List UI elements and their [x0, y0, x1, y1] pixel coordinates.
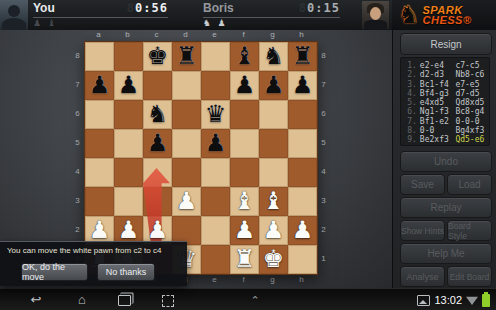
- square-h8[interactable]: ♜: [288, 42, 317, 71]
- show-hints-button[interactable]: Show Hints: [400, 220, 445, 241]
- coord-label: f: [229, 30, 258, 40]
- sparkchess-app: You 80:56 ♟ ♝ Boris 80:15 ♞ ♟ ♞ SPARK CH…: [0, 0, 496, 310]
- move-text: 4.: [405, 89, 417, 98]
- square-b4[interactable]: [114, 158, 143, 187]
- coord-label: 3: [319, 186, 328, 215]
- move-text: Bc1-f4: [420, 80, 456, 89]
- captured-pieces-boris: ♞ ♟: [203, 18, 340, 28]
- move-row: 4.Bf4-g3d7-d5: [405, 89, 489, 98]
- square-h6[interactable]: [288, 100, 317, 129]
- square-d5[interactable]: [172, 129, 201, 158]
- square-a6[interactable]: [85, 100, 114, 129]
- white-bishop[interactable]: ♝: [230, 187, 259, 216]
- move-text: d2-d3: [420, 70, 456, 79]
- coord-label: 2: [73, 215, 82, 244]
- square-f4[interactable]: [230, 158, 259, 187]
- square-c5[interactable]: ♟: [143, 129, 172, 158]
- move-text: Bc8-g4: [455, 107, 489, 116]
- coord-label: 1: [319, 244, 328, 273]
- coord-label: 2: [319, 215, 328, 244]
- recent-apps-icon[interactable]: [118, 295, 131, 306]
- coord-label: 4: [319, 157, 328, 186]
- rank-labels-left: 87654321: [73, 41, 82, 273]
- knight-logo-icon: ♞: [398, 1, 420, 29]
- player-boris: Boris 80:15 ♞ ♟: [203, 0, 340, 30]
- move-row: 2.d2-d3Nb8-c6: [405, 70, 489, 79]
- square-g2[interactable]: ♟: [259, 216, 288, 245]
- square-e4[interactable]: [201, 158, 230, 187]
- square-a3[interactable]: [85, 187, 114, 216]
- black-knight[interactable]: ♞: [143, 100, 172, 129]
- file-labels-top: abcdefgh: [84, 30, 316, 40]
- hint-ok-button[interactable]: OK, do the move: [21, 263, 88, 281]
- square-g6[interactable]: [259, 100, 288, 129]
- coord-label: 3: [73, 186, 82, 215]
- move-text: 3.: [405, 80, 417, 89]
- coord-label: h: [287, 30, 316, 40]
- square-g1[interactable]: ♚: [259, 245, 288, 274]
- move-text: Qd8xd5: [455, 98, 489, 107]
- coord-label: f: [229, 275, 258, 285]
- square-c8[interactable]: ♚: [143, 42, 172, 71]
- collapse-chevron-icon[interactable]: ⌃: [245, 289, 265, 310]
- square-f3[interactable]: ♝: [230, 187, 259, 216]
- move-text: Be2xf3: [420, 135, 456, 144]
- square-d7[interactable]: [172, 71, 201, 100]
- player-name: Boris: [203, 1, 234, 15]
- black-pawn[interactable]: ♟: [85, 71, 114, 100]
- black-queen[interactable]: ♛: [201, 100, 230, 129]
- move-text: 7.: [405, 117, 417, 126]
- wifi-icon: [466, 295, 478, 305]
- coord-label: b: [113, 30, 142, 40]
- resign-button[interactable]: Resign: [400, 33, 492, 55]
- square-c7[interactable]: [143, 71, 172, 100]
- square-b8[interactable]: [114, 42, 143, 71]
- analyse-button[interactable]: Analyse: [400, 266, 445, 287]
- white-pawn[interactable]: ♟: [288, 216, 317, 245]
- square-e2[interactable]: [201, 216, 230, 245]
- avatar: [0, 0, 28, 30]
- square-d8[interactable]: ♜: [172, 42, 201, 71]
- coord-label: a: [84, 30, 113, 40]
- square-e5[interactable]: ♟: [201, 129, 230, 158]
- square-f7[interactable]: ♟: [230, 71, 259, 100]
- logo-text-chess: CHESS®: [423, 15, 472, 25]
- square-g7[interactable]: ♟: [259, 71, 288, 100]
- move-text: c7-c5: [455, 61, 489, 70]
- sidebar: Resign 1.e2-e4c7-c52.d2-d3Nb8-c63.Bc1-f4…: [392, 30, 496, 288]
- black-knight[interactable]: ♞: [259, 42, 288, 71]
- square-b3[interactable]: [114, 187, 143, 216]
- move-text: d7-d5: [455, 89, 489, 98]
- square-d3[interactable]: ♟: [172, 187, 201, 216]
- coord-label: 8: [319, 41, 328, 70]
- move-list[interactable]: 1.e2-e4c7-c52.d2-d3Nb8-c63.Bc1-f4e7-e54.…: [400, 57, 490, 146]
- move-text: Qd5-e6: [455, 135, 489, 144]
- square-h1[interactable]: [288, 245, 317, 274]
- coord-label: h: [287, 275, 316, 285]
- save-button[interactable]: Save: [400, 174, 445, 195]
- square-f5[interactable]: [230, 129, 259, 158]
- white-pawn[interactable]: ♟: [172, 187, 201, 216]
- chess-board[interactable]: ♚♜♝♞♜♟♟♟♟♟♞♛♟♟♟♝♝♟♟♟♟♟♟♜♞♛♜♚: [84, 41, 318, 275]
- coord-label: 7: [319, 70, 328, 99]
- move-text: e4xd5: [420, 98, 456, 107]
- sparkchess-logo: ♞ SPARK CHESS®: [392, 0, 496, 30]
- black-pawn[interactable]: ♟: [201, 129, 230, 158]
- black-pawn[interactable]: ♟: [230, 71, 259, 100]
- black-rook[interactable]: ♜: [172, 42, 201, 71]
- black-pawn[interactable]: ♟: [259, 71, 288, 100]
- move-text: 6.: [405, 107, 417, 116]
- square-h5[interactable]: [288, 129, 317, 158]
- square-f1[interactable]: ♜: [230, 245, 259, 274]
- coord-label: 6: [73, 99, 82, 128]
- edit-board-button[interactable]: Edit Board: [447, 266, 492, 287]
- android-status-bar: ↩ ⌂ ⌃ 13:02: [0, 288, 496, 310]
- coord-label: g: [258, 275, 287, 285]
- battery-icon: [482, 294, 490, 307]
- move-row: 9.Be2xf3Qd5-e6: [405, 135, 489, 144]
- move-text: Bf4-g3: [420, 89, 456, 98]
- move-text: Bg4xf3: [455, 126, 489, 135]
- screenshot-icon[interactable]: [162, 295, 174, 307]
- move-text: 1.: [405, 61, 417, 70]
- square-f2[interactable]: ♟: [230, 216, 259, 245]
- square-d6[interactable]: [172, 100, 201, 129]
- white-king[interactable]: ♚: [259, 245, 288, 274]
- hint-no-button[interactable]: No thanks: [97, 263, 155, 281]
- square-g5[interactable]: [259, 129, 288, 158]
- rank-labels-right: 87654321: [319, 41, 328, 273]
- board-style-button[interactable]: Board Style: [447, 220, 492, 241]
- coord-label: 5: [73, 128, 82, 157]
- square-h4[interactable]: [288, 158, 317, 187]
- move-text: e2-e4: [420, 61, 456, 70]
- square-b6[interactable]: [114, 100, 143, 129]
- black-king[interactable]: ♚: [143, 42, 172, 71]
- load-button[interactable]: Load: [447, 174, 492, 195]
- move-text: 2.: [405, 70, 417, 79]
- player-you: You 80:56 ♟ ♝: [33, 0, 168, 30]
- square-e7[interactable]: [201, 71, 230, 100]
- square-h2[interactable]: ♟: [288, 216, 317, 245]
- square-a5[interactable]: [85, 129, 114, 158]
- coord-label: e: [200, 30, 229, 40]
- black-bishop[interactable]: ♝: [230, 42, 259, 71]
- system-tray[interactable]: 13:02: [417, 289, 490, 310]
- move-row: 7.Bf1-e20-0-0: [405, 117, 489, 126]
- square-f6[interactable]: [230, 100, 259, 129]
- square-e1[interactable]: [201, 245, 230, 274]
- clock-you: 80:56: [127, 1, 168, 15]
- move-text: 9.: [405, 135, 417, 144]
- move-row: 5.e4xd5Qd8xd5: [405, 98, 489, 107]
- move-text: 5.: [405, 98, 417, 107]
- image-notification-icon: [417, 295, 430, 306]
- white-bishop[interactable]: ♝: [259, 187, 288, 216]
- coord-label: 7: [73, 70, 82, 99]
- square-f8[interactable]: ♝: [230, 42, 259, 71]
- top-bar: You 80:56 ♟ ♝ Boris 80:15 ♞ ♟ ♞ SPARK CH…: [0, 0, 496, 31]
- move-text: 8.: [405, 126, 417, 135]
- black-rook[interactable]: ♜: [288, 42, 317, 71]
- square-g3[interactable]: ♝: [259, 187, 288, 216]
- square-a7[interactable]: ♟: [85, 71, 114, 100]
- captured-pieces-you: ♟ ♝: [33, 18, 168, 28]
- clock-boris: 80:15: [299, 1, 340, 15]
- coord-label: 5: [319, 128, 328, 157]
- avatar: [362, 1, 389, 29]
- move-row: 1.e2-e4c7-c5: [405, 61, 489, 70]
- square-e6[interactable]: ♛: [201, 100, 230, 129]
- coord-label: 8: [73, 41, 82, 70]
- square-e8[interactable]: [201, 42, 230, 71]
- player-name: You: [33, 1, 55, 15]
- replay-button[interactable]: Replay: [400, 197, 492, 218]
- move-text: Nb8-c6: [455, 70, 489, 79]
- system-clock: 13:02: [434, 294, 462, 306]
- move-text: Bf1-e2: [420, 117, 456, 126]
- square-g4[interactable]: [259, 158, 288, 187]
- square-h7[interactable]: ♟: [288, 71, 317, 100]
- black-pawn[interactable]: ♟: [114, 71, 143, 100]
- coord-label: g: [258, 30, 287, 40]
- coord-label: 6: [319, 99, 328, 128]
- square-b7[interactable]: ♟: [114, 71, 143, 100]
- move-row: 3.Bc1-f4e7-e5: [405, 80, 489, 89]
- coord-label: 4: [73, 157, 82, 186]
- move-row: 6.Ng1-f3Bc8-g4: [405, 107, 489, 116]
- move-text: 0-0-0: [455, 117, 489, 126]
- white-rook[interactable]: ♜: [230, 245, 259, 274]
- move-row: 8.0-0Bg4xf3: [405, 126, 489, 135]
- square-c6[interactable]: ♞: [143, 100, 172, 129]
- square-a8[interactable]: [85, 42, 114, 71]
- square-e3[interactable]: [201, 187, 230, 216]
- square-h3[interactable]: [288, 187, 317, 216]
- coord-label: e: [200, 275, 229, 285]
- square-d4[interactable]: [172, 158, 201, 187]
- move-text: e7-e5: [455, 80, 489, 89]
- square-b5[interactable]: [114, 129, 143, 158]
- back-icon[interactable]: ↩: [26, 289, 46, 310]
- square-g8[interactable]: ♞: [259, 42, 288, 71]
- black-pawn[interactable]: ♟: [143, 129, 172, 158]
- square-a4[interactable]: [85, 158, 114, 187]
- coord-label: d: [171, 30, 200, 40]
- hint-message: You can move the white pawn from c2 to c…: [7, 246, 183, 255]
- white-pawn[interactable]: ♟: [230, 216, 259, 245]
- black-pawn[interactable]: ♟: [288, 71, 317, 100]
- undo-button[interactable]: Undo: [400, 151, 492, 172]
- help-me-button[interactable]: Help Me: [400, 243, 492, 264]
- hint-dialog: You can move the white pawn from c2 to c…: [0, 241, 187, 286]
- home-icon[interactable]: ⌂: [72, 289, 92, 310]
- coord-label: c: [142, 30, 171, 40]
- move-text: Ng1-f3: [420, 107, 456, 116]
- white-pawn[interactable]: ♟: [259, 216, 288, 245]
- move-text: 0-0: [420, 126, 456, 135]
